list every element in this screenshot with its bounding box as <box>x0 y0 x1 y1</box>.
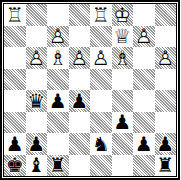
square-f5[interactable] <box>112 69 134 91</box>
square-e1[interactable] <box>90 155 112 177</box>
square-d8[interactable] <box>69 4 91 26</box>
square-h5[interactable] <box>155 69 177 91</box>
white-king-icon: ♚♔ <box>113 5 131 25</box>
square-b6[interactable]: ♟♙ <box>26 47 48 69</box>
square-d5[interactable] <box>69 69 91 91</box>
square-g7[interactable]: ♟♙ <box>133 26 155 48</box>
chess-diagram: ♜♖♜♖♚♔♟♙♛♕♟♙♟♙♝♗♟♙♟♙♝♗♟♙♛♟♟♟♟♟♞♟♟♚♝♜♜ <box>0 0 181 180</box>
square-g4[interactable] <box>133 90 155 112</box>
square-h2[interactable]: ♟ <box>155 133 177 155</box>
black-pawn-icon: ♟ <box>49 91 67 111</box>
square-g2[interactable]: ♟ <box>133 133 155 155</box>
square-a8[interactable]: ♜♖ <box>4 4 26 26</box>
square-c6[interactable]: ♝♗ <box>47 47 69 69</box>
square-h6[interactable]: ♟♙ <box>155 47 177 69</box>
square-f4[interactable] <box>112 90 134 112</box>
white-pawn-icon: ♟♙ <box>135 26 153 46</box>
square-e4[interactable] <box>90 90 112 112</box>
white-pawn-icon: ♟♙ <box>156 48 174 68</box>
square-f1[interactable] <box>112 155 134 177</box>
black-king-icon: ♚ <box>6 155 24 175</box>
square-c7[interactable]: ♟♙ <box>47 26 69 48</box>
square-a2[interactable]: ♟ <box>4 133 26 155</box>
black-rook-icon: ♜ <box>156 155 174 175</box>
square-e8[interactable]: ♜♖ <box>90 4 112 26</box>
square-c3[interactable] <box>47 112 69 134</box>
square-b7[interactable] <box>26 26 48 48</box>
square-b3[interactable] <box>26 112 48 134</box>
white-pawn-icon: ♟♙ <box>49 26 67 46</box>
black-pawn-icon: ♟ <box>135 134 153 154</box>
square-f3[interactable]: ♟ <box>112 112 134 134</box>
square-a7[interactable] <box>4 26 26 48</box>
square-b5[interactable] <box>26 69 48 91</box>
white-pawn-icon: ♟♙ <box>70 48 88 68</box>
white-pawn-icon: ♟♙ <box>92 48 110 68</box>
square-a1[interactable]: ♚ <box>4 155 26 177</box>
black-pawn-icon: ♟ <box>70 91 88 111</box>
white-bishop-icon: ♝♗ <box>113 48 131 68</box>
square-d3[interactable] <box>69 112 91 134</box>
square-e5[interactable] <box>90 69 112 91</box>
black-pawn-icon: ♟ <box>113 112 131 132</box>
square-d2[interactable] <box>69 133 91 155</box>
square-c2[interactable] <box>47 133 69 155</box>
square-d1[interactable] <box>69 155 91 177</box>
black-pawn-icon: ♟ <box>6 134 24 154</box>
chess-board-frame: ♜♖♜♖♚♔♟♙♛♕♟♙♟♙♝♗♟♙♟♙♝♗♟♙♛♟♟♟♟♟♞♟♟♚♝♜♜ <box>0 0 180 180</box>
square-f8[interactable]: ♚♔ <box>112 4 134 26</box>
square-e7[interactable] <box>90 26 112 48</box>
square-f2[interactable] <box>112 133 134 155</box>
square-c8[interactable] <box>47 4 69 26</box>
square-c1[interactable]: ♜ <box>47 155 69 177</box>
square-c4[interactable]: ♟ <box>47 90 69 112</box>
white-rook-icon: ♜♖ <box>92 5 110 25</box>
square-g5[interactable] <box>133 69 155 91</box>
square-b2[interactable]: ♟ <box>26 133 48 155</box>
square-c5[interactable] <box>47 69 69 91</box>
white-bishop-icon: ♝♗ <box>49 48 67 68</box>
square-d4[interactable]: ♟ <box>69 90 91 112</box>
black-knight-icon: ♞ <box>92 134 110 154</box>
square-a6[interactable] <box>4 47 26 69</box>
black-pawn-icon: ♟ <box>27 134 45 154</box>
chess-board: ♜♖♜♖♚♔♟♙♛♕♟♙♟♙♝♗♟♙♟♙♝♗♟♙♛♟♟♟♟♟♞♟♟♚♝♜♜ <box>3 3 177 177</box>
square-b8[interactable] <box>26 4 48 26</box>
square-a4[interactable] <box>4 90 26 112</box>
square-g1[interactable] <box>133 155 155 177</box>
white-pawn-icon: ♟♙ <box>27 48 45 68</box>
white-queen-icon: ♛♕ <box>113 26 131 46</box>
square-d6[interactable]: ♟♙ <box>69 47 91 69</box>
square-g6[interactable] <box>133 47 155 69</box>
square-a5[interactable] <box>4 69 26 91</box>
square-g3[interactable] <box>133 112 155 134</box>
square-h7[interactable] <box>155 26 177 48</box>
black-rook-icon: ♜ <box>49 155 67 175</box>
black-bishop-icon: ♝ <box>27 155 45 175</box>
square-d7[interactable] <box>69 26 91 48</box>
square-e2[interactable]: ♞ <box>90 133 112 155</box>
square-h3[interactable] <box>155 112 177 134</box>
square-h1[interactable]: ♜ <box>155 155 177 177</box>
square-f6[interactable]: ♝♗ <box>112 47 134 69</box>
square-a3[interactable] <box>4 112 26 134</box>
white-rook-icon: ♜♖ <box>6 5 24 25</box>
square-b4[interactable]: ♛ <box>26 90 48 112</box>
black-pawn-icon: ♟ <box>156 134 174 154</box>
square-g8[interactable] <box>133 4 155 26</box>
black-queen-icon: ♛ <box>27 91 45 111</box>
square-f7[interactable]: ♛♕ <box>112 26 134 48</box>
square-h8[interactable] <box>155 4 177 26</box>
square-e3[interactable] <box>90 112 112 134</box>
square-b1[interactable]: ♝ <box>26 155 48 177</box>
square-h4[interactable] <box>155 90 177 112</box>
square-e6[interactable]: ♟♙ <box>90 47 112 69</box>
